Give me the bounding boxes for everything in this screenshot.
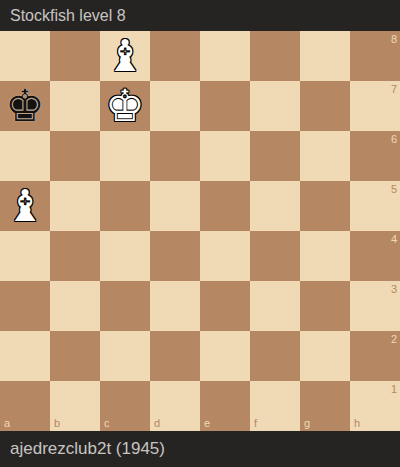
- square-b5[interactable]: [50, 181, 100, 231]
- square-e1[interactable]: e: [200, 381, 250, 431]
- square-d4[interactable]: [150, 231, 200, 281]
- square-e6[interactable]: [200, 131, 250, 181]
- file-label-c: c: [104, 418, 110, 429]
- opponent-name: Stockfish level 8: [10, 7, 126, 25]
- square-e2[interactable]: [200, 331, 250, 381]
- square-c6[interactable]: [100, 131, 150, 181]
- square-e4[interactable]: [200, 231, 250, 281]
- square-a8[interactable]: [0, 31, 50, 81]
- square-h7[interactable]: 7: [350, 81, 400, 131]
- square-f2[interactable]: [250, 331, 300, 381]
- square-c8[interactable]: ♝: [100, 31, 150, 81]
- square-h2[interactable]: 2: [350, 331, 400, 381]
- square-d6[interactable]: [150, 131, 200, 181]
- square-h1[interactable]: 1h: [350, 381, 400, 431]
- square-e3[interactable]: [200, 281, 250, 331]
- square-f8[interactable]: [250, 31, 300, 81]
- square-f5[interactable]: [250, 181, 300, 231]
- square-d7[interactable]: [150, 81, 200, 131]
- black-king[interactable]: ♚: [0, 81, 50, 131]
- square-h6[interactable]: 6: [350, 131, 400, 181]
- square-b7[interactable]: [50, 81, 100, 131]
- rank-label-1: 1: [391, 384, 397, 395]
- square-a5[interactable]: ♝: [0, 181, 50, 231]
- rank-label-8: 8: [391, 34, 397, 45]
- square-g5[interactable]: [300, 181, 350, 231]
- square-a7[interactable]: ♚: [0, 81, 50, 131]
- rank-label-7: 7: [391, 84, 397, 95]
- square-h3[interactable]: 3: [350, 281, 400, 331]
- rank-label-3: 3: [391, 284, 397, 295]
- square-f7[interactable]: [250, 81, 300, 131]
- square-h4[interactable]: 4: [350, 231, 400, 281]
- file-label-g: g: [304, 418, 310, 429]
- opponent-bar: Stockfish level 8: [0, 0, 400, 31]
- rank-label-5: 5: [391, 184, 397, 195]
- square-c7[interactable]: ♚: [100, 81, 150, 131]
- chess-board: ♝8♚♚76♝5432abcdefg1h: [0, 31, 400, 431]
- square-b2[interactable]: [50, 331, 100, 381]
- file-label-d: d: [154, 418, 160, 429]
- square-a3[interactable]: [0, 281, 50, 331]
- file-label-h: h: [354, 418, 360, 429]
- white-bishop[interactable]: ♝: [0, 181, 50, 231]
- square-g8[interactable]: [300, 31, 350, 81]
- square-a4[interactable]: [0, 231, 50, 281]
- square-d2[interactable]: [150, 331, 200, 381]
- square-e5[interactable]: [200, 181, 250, 231]
- square-a6[interactable]: [0, 131, 50, 181]
- file-label-a: a: [4, 418, 10, 429]
- square-b3[interactable]: [50, 281, 100, 331]
- rank-label-4: 4: [391, 234, 397, 245]
- square-c1[interactable]: c: [100, 381, 150, 431]
- square-d8[interactable]: [150, 31, 200, 81]
- square-b1[interactable]: b: [50, 381, 100, 431]
- rank-label-2: 2: [391, 334, 397, 345]
- square-c5[interactable]: [100, 181, 150, 231]
- square-f6[interactable]: [250, 131, 300, 181]
- square-g1[interactable]: g: [300, 381, 350, 431]
- square-g3[interactable]: [300, 281, 350, 331]
- white-bishop[interactable]: ♝: [100, 31, 150, 81]
- square-d5[interactable]: [150, 181, 200, 231]
- player-bar: ajedrezclub2t (1945): [0, 431, 400, 467]
- square-e7[interactable]: [200, 81, 250, 131]
- square-h5[interactable]: 5: [350, 181, 400, 231]
- rank-label-6: 6: [391, 134, 397, 145]
- square-d3[interactable]: [150, 281, 200, 331]
- square-e8[interactable]: [200, 31, 250, 81]
- square-f4[interactable]: [250, 231, 300, 281]
- square-b4[interactable]: [50, 231, 100, 281]
- white-king[interactable]: ♚: [100, 81, 150, 131]
- file-label-f: f: [254, 418, 257, 429]
- square-f1[interactable]: f: [250, 381, 300, 431]
- square-g2[interactable]: [300, 331, 350, 381]
- square-c2[interactable]: [100, 331, 150, 381]
- file-label-e: e: [204, 418, 210, 429]
- square-g7[interactable]: [300, 81, 350, 131]
- square-c4[interactable]: [100, 231, 150, 281]
- square-d1[interactable]: d: [150, 381, 200, 431]
- square-b8[interactable]: [50, 31, 100, 81]
- file-label-b: b: [54, 418, 60, 429]
- square-h8[interactable]: 8: [350, 31, 400, 81]
- player-name: ajedrezclub2t (1945): [10, 439, 165, 459]
- square-c3[interactable]: [100, 281, 150, 331]
- square-b6[interactable]: [50, 131, 100, 181]
- square-a1[interactable]: a: [0, 381, 50, 431]
- square-a2[interactable]: [0, 331, 50, 381]
- chess-app: Stockfish level 8 ♝8♚♚76♝5432abcdefg1h a…: [0, 0, 400, 467]
- square-g4[interactable]: [300, 231, 350, 281]
- square-g6[interactable]: [300, 131, 350, 181]
- square-f3[interactable]: [250, 281, 300, 331]
